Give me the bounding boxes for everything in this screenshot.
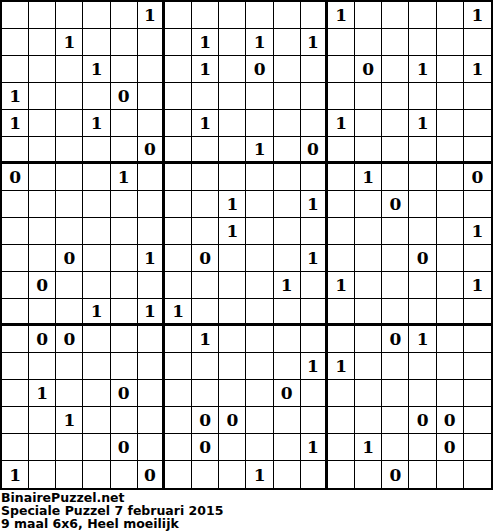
empty-cell-r15c15[interactable] <box>382 380 409 407</box>
given-cell-r2c10: 1 <box>246 29 273 56</box>
empty-cell-r11c16[interactable] <box>409 272 436 299</box>
empty-cell-r17c18[interactable] <box>464 434 491 461</box>
given-cell-r7c18: 0 <box>464 164 491 191</box>
empty-cell-r1c3[interactable] <box>56 2 83 29</box>
empty-cell-r10c4[interactable] <box>83 245 110 272</box>
empty-cell-r4c8[interactable] <box>192 83 219 110</box>
empty-cell-r9c15[interactable] <box>382 218 409 245</box>
empty-cell-r11c10[interactable] <box>246 272 273 299</box>
empty-cell-r9c3[interactable] <box>56 218 83 245</box>
empty-cell-r3c1[interactable] <box>2 56 29 83</box>
empty-cell-r5c2[interactable] <box>29 110 56 137</box>
empty-cell-r11c9[interactable] <box>219 272 246 299</box>
given-cell-r17c5: 0 <box>111 434 138 461</box>
empty-cell-r18c7[interactable] <box>165 461 192 488</box>
empty-cell-r15c16[interactable] <box>409 380 436 407</box>
given-cell-r8c9: 1 <box>219 191 246 218</box>
empty-cell-r13c13[interactable] <box>328 326 355 353</box>
empty-cell-r14c10[interactable] <box>246 353 273 380</box>
empty-cell-r3c17[interactable] <box>437 56 464 83</box>
empty-cell-r13c9[interactable] <box>219 326 246 353</box>
empty-cell-r14c3[interactable] <box>56 353 83 380</box>
empty-cell-r5c17[interactable] <box>437 110 464 137</box>
empty-cell-r13c10[interactable] <box>246 326 273 353</box>
given-cell-r1c6: 1 <box>138 2 165 29</box>
empty-cell-r12c8[interactable] <box>192 299 219 326</box>
empty-cell-r9c16[interactable] <box>409 218 436 245</box>
empty-cell-r11c8[interactable] <box>192 272 219 299</box>
given-cell-r6c12: 0 <box>301 137 328 164</box>
given-cell-r16c17: 0 <box>437 407 464 434</box>
empty-cell-r12c16[interactable] <box>409 299 436 326</box>
empty-cell-r2c14[interactable] <box>355 29 382 56</box>
empty-cell-r2c18[interactable] <box>464 29 491 56</box>
empty-cell-r15c12[interactable] <box>301 380 328 407</box>
empty-cell-r17c4[interactable] <box>83 434 110 461</box>
empty-cell-r8c7[interactable] <box>165 191 192 218</box>
empty-cell-r5c14[interactable] <box>355 110 382 137</box>
empty-cell-r13c18[interactable] <box>464 326 491 353</box>
empty-cell-r7c15[interactable] <box>382 164 409 191</box>
empty-cell-r9c6[interactable] <box>138 218 165 245</box>
empty-cell-r7c16[interactable] <box>409 164 436 191</box>
empty-cell-r15c4[interactable] <box>83 380 110 407</box>
empty-cell-r13c14[interactable] <box>355 326 382 353</box>
empty-cell-r18c8[interactable] <box>192 461 219 488</box>
empty-cell-r9c4[interactable] <box>83 218 110 245</box>
given-cell-r3c4: 1 <box>83 56 110 83</box>
empty-cell-r11c5[interactable] <box>111 272 138 299</box>
given-cell-r2c3: 1 <box>56 29 83 56</box>
empty-cell-r2c1[interactable] <box>2 29 29 56</box>
empty-cell-r2c9[interactable] <box>219 29 246 56</box>
given-cell-r17c14: 1 <box>355 434 382 461</box>
empty-cell-r9c14[interactable] <box>355 218 382 245</box>
empty-cell-r2c5[interactable] <box>111 29 138 56</box>
empty-cell-r1c4[interactable] <box>83 2 110 29</box>
empty-cell-r16c6[interactable] <box>138 407 165 434</box>
empty-cell-r4c18[interactable] <box>464 83 491 110</box>
empty-cell-r6c1[interactable] <box>2 137 29 164</box>
empty-cell-r5c5[interactable] <box>111 110 138 137</box>
empty-cell-r12c11[interactable] <box>274 299 301 326</box>
given-cell-r5c16: 1 <box>409 110 436 137</box>
empty-cell-r15c6[interactable] <box>138 380 165 407</box>
empty-cell-r4c14[interactable] <box>355 83 382 110</box>
empty-cell-r16c12[interactable] <box>301 407 328 434</box>
empty-cell-r11c3[interactable] <box>56 272 83 299</box>
empty-cell-r14c4[interactable] <box>83 353 110 380</box>
empty-cell-r2c4[interactable] <box>83 29 110 56</box>
empty-cell-r14c2[interactable] <box>29 353 56 380</box>
empty-cell-r9c13[interactable] <box>328 218 355 245</box>
empty-cell-r1c7[interactable] <box>165 2 192 29</box>
empty-cell-r8c1[interactable] <box>2 191 29 218</box>
empty-cell-r11c15[interactable] <box>382 272 409 299</box>
given-cell-r6c10: 1 <box>246 137 273 164</box>
empty-cell-r4c6[interactable] <box>138 83 165 110</box>
empty-cell-r9c8[interactable] <box>192 218 219 245</box>
empty-cell-r4c4[interactable] <box>83 83 110 110</box>
empty-cell-r5c12[interactable] <box>301 110 328 137</box>
empty-cell-r13c5[interactable] <box>111 326 138 353</box>
empty-cell-r11c6[interactable] <box>138 272 165 299</box>
empty-cell-r14c18[interactable] <box>464 353 491 380</box>
empty-cell-r2c2[interactable] <box>29 29 56 56</box>
empty-cell-r8c6[interactable] <box>138 191 165 218</box>
given-cell-r14c12: 1 <box>301 353 328 380</box>
empty-cell-r18c3[interactable] <box>56 461 83 488</box>
empty-cell-r5c3[interactable] <box>56 110 83 137</box>
empty-cell-r10c2[interactable] <box>29 245 56 272</box>
empty-cell-r7c2[interactable] <box>29 164 56 191</box>
empty-cell-r7c3[interactable] <box>56 164 83 191</box>
given-cell-r10c16: 0 <box>409 245 436 272</box>
empty-cell-r7c12[interactable] <box>301 164 328 191</box>
empty-cell-r9c17[interactable] <box>437 218 464 245</box>
empty-cell-r8c14[interactable] <box>355 191 382 218</box>
empty-cell-r10c11[interactable] <box>274 245 301 272</box>
empty-cell-r6c15[interactable] <box>382 137 409 164</box>
empty-cell-r14c15[interactable] <box>382 353 409 380</box>
empty-cell-r9c10[interactable] <box>246 218 273 245</box>
empty-cell-r6c13[interactable] <box>328 137 355 164</box>
empty-cell-r16c13[interactable] <box>328 407 355 434</box>
empty-cell-r13c1[interactable] <box>2 326 29 353</box>
empty-cell-r6c9[interactable] <box>219 137 246 164</box>
empty-cell-r3c2[interactable] <box>29 56 56 83</box>
empty-cell-r15c7[interactable] <box>165 380 192 407</box>
empty-cell-r3c15[interactable] <box>382 56 409 83</box>
empty-cell-r15c14[interactable] <box>355 380 382 407</box>
empty-cell-r3c9[interactable] <box>219 56 246 83</box>
given-cell-r15c2: 1 <box>29 380 56 407</box>
given-cell-r10c8: 0 <box>192 245 219 272</box>
empty-cell-r8c13[interactable] <box>328 191 355 218</box>
empty-cell-r4c9[interactable] <box>219 83 246 110</box>
empty-cell-r17c6[interactable] <box>138 434 165 461</box>
empty-cell-r8c18[interactable] <box>464 191 491 218</box>
empty-cell-r15c1[interactable] <box>2 380 29 407</box>
empty-cell-r6c17[interactable] <box>437 137 464 164</box>
empty-cell-r17c1[interactable] <box>2 434 29 461</box>
empty-cell-r7c7[interactable] <box>165 164 192 191</box>
given-cell-r8c15: 0 <box>382 191 409 218</box>
empty-cell-r2c15[interactable] <box>382 29 409 56</box>
given-cell-r11c18: 1 <box>464 272 491 299</box>
empty-cell-r2c16[interactable] <box>409 29 436 56</box>
empty-cell-r5c9[interactable] <box>219 110 246 137</box>
empty-cell-r9c11[interactable] <box>274 218 301 245</box>
empty-cell-r14c17[interactable] <box>437 353 464 380</box>
empty-cell-r5c15[interactable] <box>382 110 409 137</box>
empty-cell-r4c11[interactable] <box>274 83 301 110</box>
empty-cell-r13c17[interactable] <box>437 326 464 353</box>
empty-cell-r17c11[interactable] <box>274 434 301 461</box>
empty-cell-r1c5[interactable] <box>111 2 138 29</box>
empty-cell-r18c11[interactable] <box>274 461 301 488</box>
empty-cell-r10c15[interactable] <box>382 245 409 272</box>
empty-cell-r12c12[interactable] <box>301 299 328 326</box>
empty-cell-r7c4[interactable] <box>83 164 110 191</box>
empty-cell-r3c7[interactable] <box>165 56 192 83</box>
empty-cell-r11c4[interactable] <box>83 272 110 299</box>
empty-cell-r1c12[interactable] <box>301 2 328 29</box>
empty-cell-r3c5[interactable] <box>111 56 138 83</box>
empty-cell-r6c18[interactable] <box>464 137 491 164</box>
empty-cell-r18c17[interactable] <box>437 461 464 488</box>
empty-cell-r9c12[interactable] <box>301 218 328 245</box>
empty-cell-r7c13[interactable] <box>328 164 355 191</box>
empty-cell-r1c16[interactable] <box>409 2 436 29</box>
empty-cell-r17c16[interactable] <box>409 434 436 461</box>
empty-cell-r8c2[interactable] <box>29 191 56 218</box>
empty-cell-r14c7[interactable] <box>165 353 192 380</box>
given-cell-r12c7: 1 <box>165 299 192 326</box>
empty-cell-r10c14[interactable] <box>355 245 382 272</box>
empty-cell-r18c4[interactable] <box>83 461 110 488</box>
empty-cell-r12c3[interactable] <box>56 299 83 326</box>
empty-cell-r6c8[interactable] <box>192 137 219 164</box>
empty-cell-r3c12[interactable] <box>301 56 328 83</box>
empty-cell-r2c11[interactable] <box>274 29 301 56</box>
empty-cell-r6c7[interactable] <box>165 137 192 164</box>
empty-cell-r17c7[interactable] <box>165 434 192 461</box>
empty-cell-r3c3[interactable] <box>56 56 83 83</box>
empty-cell-r1c15[interactable] <box>382 2 409 29</box>
given-cell-r6c6: 0 <box>138 137 165 164</box>
empty-cell-r16c1[interactable] <box>2 407 29 434</box>
empty-cell-r3c6[interactable] <box>138 56 165 83</box>
empty-cell-r8c8[interactable] <box>192 191 219 218</box>
empty-cell-r15c8[interactable] <box>192 380 219 407</box>
empty-cell-r4c7[interactable] <box>165 83 192 110</box>
empty-cell-r15c13[interactable] <box>328 380 355 407</box>
empty-cell-r10c18[interactable] <box>464 245 491 272</box>
empty-cell-r4c13[interactable] <box>328 83 355 110</box>
given-cell-r15c5: 0 <box>111 380 138 407</box>
empty-cell-r15c10[interactable] <box>246 380 273 407</box>
empty-cell-r11c14[interactable] <box>355 272 382 299</box>
empty-cell-r14c11[interactable] <box>274 353 301 380</box>
empty-cell-r2c17[interactable] <box>437 29 464 56</box>
empty-cell-r18c2[interactable] <box>29 461 56 488</box>
empty-cell-r18c16[interactable] <box>409 461 436 488</box>
given-cell-r12c6: 1 <box>138 299 165 326</box>
given-cell-r13c8: 1 <box>192 326 219 353</box>
empty-cell-r18c12[interactable] <box>301 461 328 488</box>
empty-cell-r14c8[interactable] <box>192 353 219 380</box>
empty-cell-r12c17[interactable] <box>437 299 464 326</box>
empty-cell-r16c11[interactable] <box>274 407 301 434</box>
given-cell-r7c1: 0 <box>2 164 29 191</box>
empty-cell-r2c13[interactable] <box>328 29 355 56</box>
given-cell-r3c18: 1 <box>464 56 491 83</box>
empty-cell-r12c5[interactable] <box>111 299 138 326</box>
empty-cell-r13c11[interactable] <box>274 326 301 353</box>
empty-cell-r8c17[interactable] <box>437 191 464 218</box>
empty-cell-r16c10[interactable] <box>246 407 273 434</box>
given-cell-r16c3: 1 <box>56 407 83 434</box>
empty-cell-r7c10[interactable] <box>246 164 273 191</box>
empty-cell-r6c5[interactable] <box>111 137 138 164</box>
empty-cell-r18c9[interactable] <box>219 461 246 488</box>
empty-cell-r17c10[interactable] <box>246 434 273 461</box>
empty-cell-r1c8[interactable] <box>192 2 219 29</box>
empty-cell-r5c10[interactable] <box>246 110 273 137</box>
empty-cell-r16c5[interactable] <box>111 407 138 434</box>
empty-cell-r8c4[interactable] <box>83 191 110 218</box>
empty-cell-r6c4[interactable] <box>83 137 110 164</box>
empty-cell-r8c3[interactable] <box>56 191 83 218</box>
empty-cell-r6c11[interactable] <box>274 137 301 164</box>
empty-cell-r12c9[interactable] <box>219 299 246 326</box>
given-cell-r17c17: 0 <box>437 434 464 461</box>
empty-cell-r11c1[interactable] <box>2 272 29 299</box>
empty-cell-r4c10[interactable] <box>246 83 273 110</box>
empty-cell-r4c15[interactable] <box>382 83 409 110</box>
empty-cell-r7c17[interactable] <box>437 164 464 191</box>
empty-cell-r2c7[interactable] <box>165 29 192 56</box>
empty-cell-r16c7[interactable] <box>165 407 192 434</box>
empty-cell-r11c12[interactable] <box>301 272 328 299</box>
given-cell-r13c2: 0 <box>29 326 56 353</box>
empty-cell-r3c11[interactable] <box>274 56 301 83</box>
empty-cell-r12c10[interactable] <box>246 299 273 326</box>
empty-cell-r11c17[interactable] <box>437 272 464 299</box>
empty-cell-r14c14[interactable] <box>355 353 382 380</box>
empty-cell-r17c3[interactable] <box>56 434 83 461</box>
given-cell-r13c16: 1 <box>409 326 436 353</box>
empty-cell-r17c9[interactable] <box>219 434 246 461</box>
given-cell-r16c8: 0 <box>192 407 219 434</box>
empty-cell-r12c13[interactable] <box>328 299 355 326</box>
empty-cell-r6c3[interactable] <box>56 137 83 164</box>
given-cell-r16c9: 0 <box>219 407 246 434</box>
empty-cell-r10c7[interactable] <box>165 245 192 272</box>
empty-cell-r13c12[interactable] <box>301 326 328 353</box>
given-cell-r3c8: 1 <box>192 56 219 83</box>
empty-cell-r13c6[interactable] <box>138 326 165 353</box>
empty-cell-r14c5[interactable] <box>111 353 138 380</box>
empty-cell-r18c5[interactable] <box>111 461 138 488</box>
empty-cell-r8c16[interactable] <box>409 191 436 218</box>
empty-cell-r3c13[interactable] <box>328 56 355 83</box>
empty-cell-r18c18[interactable] <box>464 461 491 488</box>
given-cell-r18c1: 1 <box>2 461 29 488</box>
empty-cell-r6c16[interactable] <box>409 137 436 164</box>
empty-cell-r7c11[interactable] <box>274 164 301 191</box>
empty-cell-r12c14[interactable] <box>355 299 382 326</box>
empty-cell-r4c12[interactable] <box>301 83 328 110</box>
empty-cell-r16c14[interactable] <box>355 407 382 434</box>
empty-cell-r1c2[interactable] <box>29 2 56 29</box>
empty-cell-r4c17[interactable] <box>437 83 464 110</box>
empty-cell-r5c7[interactable] <box>165 110 192 137</box>
empty-cell-r7c6[interactable] <box>138 164 165 191</box>
empty-cell-r16c15[interactable] <box>382 407 409 434</box>
empty-cell-r2c6[interactable] <box>138 29 165 56</box>
empty-cell-r14c1[interactable] <box>2 353 29 380</box>
empty-cell-r15c18[interactable] <box>464 380 491 407</box>
empty-cell-r10c17[interactable] <box>437 245 464 272</box>
empty-cell-r8c11[interactable] <box>274 191 301 218</box>
empty-cell-r14c9[interactable] <box>219 353 246 380</box>
empty-cell-r17c13[interactable] <box>328 434 355 461</box>
empty-cell-r1c9[interactable] <box>219 2 246 29</box>
empty-cell-r10c5[interactable] <box>111 245 138 272</box>
empty-cell-r16c4[interactable] <box>83 407 110 434</box>
given-cell-r11c2: 0 <box>29 272 56 299</box>
empty-cell-r9c2[interactable] <box>29 218 56 245</box>
given-cell-r5c13: 1 <box>328 110 355 137</box>
empty-cell-r10c10[interactable] <box>246 245 273 272</box>
empty-cell-r8c5[interactable] <box>111 191 138 218</box>
empty-cell-r10c13[interactable] <box>328 245 355 272</box>
empty-cell-r16c18[interactable] <box>464 407 491 434</box>
empty-cell-r1c10[interactable] <box>246 2 273 29</box>
empty-cell-r18c13[interactable] <box>328 461 355 488</box>
empty-cell-r17c2[interactable] <box>29 434 56 461</box>
empty-cell-r8c10[interactable] <box>246 191 273 218</box>
empty-cell-r5c6[interactable] <box>138 110 165 137</box>
empty-cell-r1c1[interactable] <box>2 2 29 29</box>
empty-cell-r18c14[interactable] <box>355 461 382 488</box>
empty-cell-r4c16[interactable] <box>409 83 436 110</box>
empty-cell-r13c7[interactable] <box>165 326 192 353</box>
empty-cell-r17c15[interactable] <box>382 434 409 461</box>
empty-cell-r12c15[interactable] <box>382 299 409 326</box>
empty-cell-r7c9[interactable] <box>219 164 246 191</box>
given-cell-r18c6: 0 <box>138 461 165 488</box>
empty-cell-r15c3[interactable] <box>56 380 83 407</box>
given-cell-r18c10: 1 <box>246 461 273 488</box>
empty-cell-r9c5[interactable] <box>111 218 138 245</box>
empty-cell-r7c8[interactable] <box>192 164 219 191</box>
given-cell-r13c3: 0 <box>56 326 83 353</box>
empty-cell-r10c9[interactable] <box>219 245 246 272</box>
empty-cell-r6c2[interactable] <box>29 137 56 164</box>
given-cell-r9c18: 1 <box>464 218 491 245</box>
given-cell-r5c8: 1 <box>192 110 219 137</box>
empty-cell-r4c2[interactable] <box>29 83 56 110</box>
puzzle-subtitle: 9 maal 6x6, Heel moeilijk <box>1 517 493 530</box>
given-cell-r3c14: 0 <box>355 56 382 83</box>
empty-cell-r14c16[interactable] <box>409 353 436 380</box>
empty-cell-r1c17[interactable] <box>437 2 464 29</box>
empty-cell-r11c7[interactable] <box>165 272 192 299</box>
empty-cell-r12c1[interactable] <box>2 299 29 326</box>
empty-cell-r5c18[interactable] <box>464 110 491 137</box>
empty-cell-r6c14[interactable] <box>355 137 382 164</box>
puzzle-page: 1111111110011101111101001101101101010011… <box>0 0 493 531</box>
empty-cell-r15c17[interactable] <box>437 380 464 407</box>
empty-cell-r4c3[interactable] <box>56 83 83 110</box>
empty-cell-r9c7[interactable] <box>165 218 192 245</box>
empty-cell-r14c6[interactable] <box>138 353 165 380</box>
empty-cell-r1c11[interactable] <box>274 2 301 29</box>
empty-cell-r5c11[interactable] <box>274 110 301 137</box>
empty-cell-r15c9[interactable] <box>219 380 246 407</box>
empty-cell-r16c2[interactable] <box>29 407 56 434</box>
given-cell-r10c3: 0 <box>56 245 83 272</box>
empty-cell-r13c4[interactable] <box>83 326 110 353</box>
empty-cell-r9c1[interactable] <box>2 218 29 245</box>
empty-cell-r1c14[interactable] <box>355 2 382 29</box>
empty-cell-r10c1[interactable] <box>2 245 29 272</box>
empty-cell-r12c18[interactable] <box>464 299 491 326</box>
empty-cell-r12c2[interactable] <box>29 299 56 326</box>
